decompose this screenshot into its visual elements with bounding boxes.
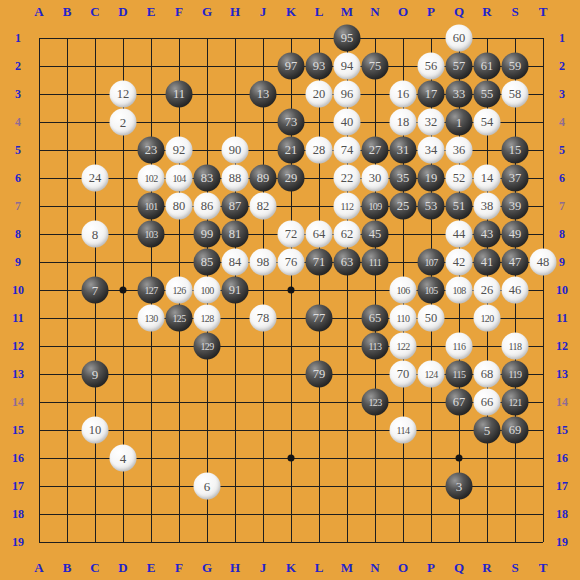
intersection-E16[interactable]: [137, 444, 165, 472]
intersection-E8[interactable]: 103: [137, 220, 165, 248]
stone-K4-move-73[interactable]: 73: [278, 109, 305, 136]
intersection-Q8[interactable]: 44: [445, 220, 473, 248]
stone-M7-move-112[interactable]: 112: [334, 193, 361, 220]
intersection-J7[interactable]: 82: [249, 192, 277, 220]
stone-P7-move-53[interactable]: 53: [418, 193, 445, 220]
stone-K5-move-21[interactable]: 21: [278, 137, 305, 164]
intersection-O12[interactable]: 122: [389, 332, 417, 360]
stone-F10-move-126[interactable]: 126: [166, 277, 193, 304]
intersection-R15[interactable]: 5: [473, 416, 501, 444]
intersection-G4[interactable]: [193, 108, 221, 136]
intersection-N4[interactable]: [361, 108, 389, 136]
intersection-R16[interactable]: [473, 444, 501, 472]
intersection-A1[interactable]: [25, 24, 53, 52]
intersection-D18[interactable]: [109, 500, 137, 528]
stone-S13-move-119[interactable]: 119: [502, 361, 529, 388]
intersection-B2[interactable]: [53, 52, 81, 80]
intersection-B3[interactable]: [53, 80, 81, 108]
stone-Q6-move-52[interactable]: 52: [446, 165, 473, 192]
intersection-A10[interactable]: [25, 276, 53, 304]
stone-S7-move-39[interactable]: 39: [502, 193, 529, 220]
intersection-D7[interactable]: [109, 192, 137, 220]
intersection-L14[interactable]: [305, 388, 333, 416]
stone-S6-move-37[interactable]: 37: [502, 165, 529, 192]
intersection-P18[interactable]: [417, 500, 445, 528]
intersection-P4[interactable]: 32: [417, 108, 445, 136]
intersection-J15[interactable]: [249, 416, 277, 444]
intersection-H5[interactable]: 90: [221, 136, 249, 164]
intersection-G17[interactable]: 6: [193, 472, 221, 500]
intersection-K7[interactable]: [277, 192, 305, 220]
stone-E5-move-23[interactable]: 23: [138, 137, 165, 164]
intersection-F3[interactable]: 11: [165, 80, 193, 108]
intersection-D19[interactable]: [109, 528, 137, 556]
intersection-P17[interactable]: [417, 472, 445, 500]
stone-G10-move-100[interactable]: 100: [194, 277, 221, 304]
intersection-F7[interactable]: 80: [165, 192, 193, 220]
intersection-K15[interactable]: [277, 416, 305, 444]
intersection-J6[interactable]: 89: [249, 164, 277, 192]
intersection-P13[interactable]: 124: [417, 360, 445, 388]
stone-J7-move-82[interactable]: 82: [250, 193, 277, 220]
stone-F3-move-11[interactable]: 11: [166, 81, 193, 108]
intersection-J17[interactable]: [249, 472, 277, 500]
intersection-S10[interactable]: 46: [501, 276, 529, 304]
stone-H8-move-81[interactable]: 81: [222, 221, 249, 248]
intersection-F16[interactable]: [165, 444, 193, 472]
intersection-A18[interactable]: [25, 500, 53, 528]
intersection-H9[interactable]: 84: [221, 248, 249, 276]
intersection-E12[interactable]: [137, 332, 165, 360]
stone-J6-move-89[interactable]: 89: [250, 165, 277, 192]
intersection-L2[interactable]: 93: [305, 52, 333, 80]
intersection-O7[interactable]: 25: [389, 192, 417, 220]
stone-G7-move-86[interactable]: 86: [194, 193, 221, 220]
intersection-E17[interactable]: [137, 472, 165, 500]
intersection-J1[interactable]: [249, 24, 277, 52]
intersection-F2[interactable]: [165, 52, 193, 80]
intersection-Q12[interactable]: 116: [445, 332, 473, 360]
intersection-O9[interactable]: [389, 248, 417, 276]
intersection-C9[interactable]: [81, 248, 109, 276]
stone-P13-move-124[interactable]: 124: [418, 361, 445, 388]
intersection-Q14[interactable]: 67: [445, 388, 473, 416]
stone-Q1-move-60[interactable]: 60: [446, 25, 473, 52]
intersection-G18[interactable]: [193, 500, 221, 528]
intersection-P3[interactable]: 17: [417, 80, 445, 108]
intersection-F5[interactable]: 92: [165, 136, 193, 164]
stone-E7-move-101[interactable]: 101: [138, 193, 165, 220]
intersection-F11[interactable]: 125: [165, 304, 193, 332]
stone-M3-move-96[interactable]: 96: [334, 81, 361, 108]
intersection-A16[interactable]: [25, 444, 53, 472]
intersection-M3[interactable]: 96: [333, 80, 361, 108]
stone-P9-move-107[interactable]: 107: [418, 249, 445, 276]
intersection-E18[interactable]: [137, 500, 165, 528]
intersection-D4[interactable]: 2: [109, 108, 137, 136]
intersection-D17[interactable]: [109, 472, 137, 500]
stone-L11-move-77[interactable]: 77: [306, 305, 333, 332]
stone-F7-move-80[interactable]: 80: [166, 193, 193, 220]
intersection-C18[interactable]: [81, 500, 109, 528]
intersection-S12[interactable]: 118: [501, 332, 529, 360]
intersection-C19[interactable]: [81, 528, 109, 556]
intersection-K2[interactable]: 97: [277, 52, 305, 80]
intersection-S4[interactable]: [501, 108, 529, 136]
stone-S3-move-58[interactable]: 58: [502, 81, 529, 108]
intersection-N6[interactable]: 30: [361, 164, 389, 192]
intersection-J14[interactable]: [249, 388, 277, 416]
intersection-B1[interactable]: [53, 24, 81, 52]
intersection-R7[interactable]: 38: [473, 192, 501, 220]
stone-M8-move-62[interactable]: 62: [334, 221, 361, 248]
intersection-L5[interactable]: 28: [305, 136, 333, 164]
stone-P10-move-105[interactable]: 105: [418, 277, 445, 304]
intersection-N19[interactable]: [361, 528, 389, 556]
stone-N5-move-27[interactable]: 27: [362, 137, 389, 164]
intersection-B11[interactable]: [53, 304, 81, 332]
stone-O13-move-70[interactable]: 70: [390, 361, 417, 388]
stone-F6-move-104[interactable]: 104: [166, 165, 193, 192]
stone-C15-move-10[interactable]: 10: [82, 417, 109, 444]
intersection-N2[interactable]: 75: [361, 52, 389, 80]
intersection-R17[interactable]: [473, 472, 501, 500]
intersection-J13[interactable]: [249, 360, 277, 388]
intersection-J4[interactable]: [249, 108, 277, 136]
stone-O5-move-31[interactable]: 31: [390, 137, 417, 164]
intersection-D16[interactable]: 4: [109, 444, 137, 472]
intersection-O16[interactable]: [389, 444, 417, 472]
intersection-S6[interactable]: 37: [501, 164, 529, 192]
intersection-N5[interactable]: 27: [361, 136, 389, 164]
intersection-A6[interactable]: [25, 164, 53, 192]
intersection-S19[interactable]: [501, 528, 529, 556]
intersection-M14[interactable]: [333, 388, 361, 416]
intersection-L12[interactable]: [305, 332, 333, 360]
intersection-H8[interactable]: 81: [221, 220, 249, 248]
intersection-L7[interactable]: [305, 192, 333, 220]
intersection-R4[interactable]: 54: [473, 108, 501, 136]
intersection-O10[interactable]: 106: [389, 276, 417, 304]
stone-Q13-move-115[interactable]: 115: [446, 361, 473, 388]
intersection-E6[interactable]: 102: [137, 164, 165, 192]
stone-K8-move-72[interactable]: 72: [278, 221, 305, 248]
intersection-B17[interactable]: [53, 472, 81, 500]
intersection-R6[interactable]: 14: [473, 164, 501, 192]
stone-M9-move-63[interactable]: 63: [334, 249, 361, 276]
intersection-A15[interactable]: [25, 416, 53, 444]
intersection-K1[interactable]: [277, 24, 305, 52]
intersection-M13[interactable]: [333, 360, 361, 388]
intersection-M2[interactable]: 94: [333, 52, 361, 80]
intersection-M7[interactable]: 112: [333, 192, 361, 220]
intersection-J16[interactable]: [249, 444, 277, 472]
stone-G9-move-85[interactable]: 85: [194, 249, 221, 276]
stone-J3-move-13[interactable]: 13: [250, 81, 277, 108]
intersection-B10[interactable]: [53, 276, 81, 304]
stone-N2-move-75[interactable]: 75: [362, 53, 389, 80]
intersection-K8[interactable]: 72: [277, 220, 305, 248]
stone-G8-move-99[interactable]: 99: [194, 221, 221, 248]
intersection-F18[interactable]: [165, 500, 193, 528]
intersection-E14[interactable]: [137, 388, 165, 416]
intersection-R3[interactable]: 55: [473, 80, 501, 108]
stone-C6-move-24[interactable]: 24: [82, 165, 109, 192]
intersection-G7[interactable]: 86: [193, 192, 221, 220]
intersection-J8[interactable]: [249, 220, 277, 248]
intersection-G16[interactable]: [193, 444, 221, 472]
intersection-L19[interactable]: [305, 528, 333, 556]
intersection-P6[interactable]: 19: [417, 164, 445, 192]
intersection-R5[interactable]: [473, 136, 501, 164]
intersection-H4[interactable]: [221, 108, 249, 136]
stone-D16-move-4[interactable]: 4: [110, 445, 137, 472]
intersection-M8[interactable]: 62: [333, 220, 361, 248]
intersection-A14[interactable]: [25, 388, 53, 416]
stone-Q14-move-67[interactable]: 67: [446, 389, 473, 416]
intersection-G11[interactable]: 128: [193, 304, 221, 332]
intersection-F4[interactable]: [165, 108, 193, 136]
intersection-H7[interactable]: 87: [221, 192, 249, 220]
stone-L5-move-28[interactable]: 28: [306, 137, 333, 164]
intersection-N17[interactable]: [361, 472, 389, 500]
intersection-G9[interactable]: 85: [193, 248, 221, 276]
stone-N11-move-65[interactable]: 65: [362, 305, 389, 332]
stone-P4-move-32[interactable]: 32: [418, 109, 445, 136]
intersection-O11[interactable]: 110: [389, 304, 417, 332]
intersection-K18[interactable]: [277, 500, 305, 528]
intersection-B15[interactable]: [53, 416, 81, 444]
intersection-Q6[interactable]: 52: [445, 164, 473, 192]
intersection-R13[interactable]: 68: [473, 360, 501, 388]
intersection-K19[interactable]: [277, 528, 305, 556]
intersection-M10[interactable]: [333, 276, 361, 304]
stone-C13-move-9[interactable]: 9: [82, 361, 109, 388]
intersection-H15[interactable]: [221, 416, 249, 444]
intersection-L1[interactable]: [305, 24, 333, 52]
intersection-C2[interactable]: [81, 52, 109, 80]
stone-L2-move-93[interactable]: 93: [306, 53, 333, 80]
intersection-L17[interactable]: [305, 472, 333, 500]
intersection-D12[interactable]: [109, 332, 137, 360]
stone-R6-move-14[interactable]: 14: [474, 165, 501, 192]
intersection-N12[interactable]: 113: [361, 332, 389, 360]
intersection-L6[interactable]: [305, 164, 333, 192]
stone-L8-move-64[interactable]: 64: [306, 221, 333, 248]
intersection-N15[interactable]: [361, 416, 389, 444]
stone-D3-move-12[interactable]: 12: [110, 81, 137, 108]
intersection-M19[interactable]: [333, 528, 361, 556]
intersection-A19[interactable]: [25, 528, 53, 556]
intersection-L11[interactable]: 77: [305, 304, 333, 332]
intersection-F10[interactable]: 126: [165, 276, 193, 304]
intersection-Q10[interactable]: 108: [445, 276, 473, 304]
intersection-C10[interactable]: 7: [81, 276, 109, 304]
stone-O3-move-16[interactable]: 16: [390, 81, 417, 108]
intersection-G5[interactable]: [193, 136, 221, 164]
intersection-G1[interactable]: [193, 24, 221, 52]
intersection-S3[interactable]: 58: [501, 80, 529, 108]
intersection-H11[interactable]: [221, 304, 249, 332]
intersection-K4[interactable]: 73: [277, 108, 305, 136]
stone-Q12-move-116[interactable]: 116: [446, 333, 473, 360]
intersection-O19[interactable]: [389, 528, 417, 556]
stone-M1-move-95[interactable]: 95: [334, 25, 361, 52]
stone-N6-move-30[interactable]: 30: [362, 165, 389, 192]
intersection-R2[interactable]: 61: [473, 52, 501, 80]
intersection-N16[interactable]: [361, 444, 389, 472]
intersection-B7[interactable]: [53, 192, 81, 220]
intersection-S15[interactable]: 69: [501, 416, 529, 444]
intersection-B9[interactable]: [53, 248, 81, 276]
stone-R7-move-38[interactable]: 38: [474, 193, 501, 220]
intersection-H13[interactable]: [221, 360, 249, 388]
intersection-B8[interactable]: [53, 220, 81, 248]
stone-S14-move-121[interactable]: 121: [502, 389, 529, 416]
stone-P6-move-19[interactable]: 19: [418, 165, 445, 192]
intersection-M16[interactable]: [333, 444, 361, 472]
intersection-K5[interactable]: 21: [277, 136, 305, 164]
intersection-H10[interactable]: 91: [221, 276, 249, 304]
stone-O10-move-106[interactable]: 106: [390, 277, 417, 304]
stone-C8-move-8[interactable]: 8: [82, 221, 109, 248]
intersection-Q7[interactable]: 51: [445, 192, 473, 220]
intersection-S16[interactable]: [501, 444, 529, 472]
intersection-N1[interactable]: [361, 24, 389, 52]
intersection-B16[interactable]: [53, 444, 81, 472]
stone-S9-move-47[interactable]: 47: [502, 249, 529, 276]
intersection-O13[interactable]: 70: [389, 360, 417, 388]
intersection-A13[interactable]: [25, 360, 53, 388]
intersection-O4[interactable]: 18: [389, 108, 417, 136]
intersection-K16[interactable]: [277, 444, 305, 472]
intersection-H16[interactable]: [221, 444, 249, 472]
intersection-D10[interactable]: [109, 276, 137, 304]
intersection-R8[interactable]: 43: [473, 220, 501, 248]
intersection-C8[interactable]: 8: [81, 220, 109, 248]
stone-O6-move-35[interactable]: 35: [390, 165, 417, 192]
intersection-E2[interactable]: [137, 52, 165, 80]
intersection-E9[interactable]: [137, 248, 165, 276]
intersection-P7[interactable]: 53: [417, 192, 445, 220]
stone-R2-move-61[interactable]: 61: [474, 53, 501, 80]
intersection-S14[interactable]: 121: [501, 388, 529, 416]
intersection-P2[interactable]: 56: [417, 52, 445, 80]
intersection-S11[interactable]: [501, 304, 529, 332]
intersection-P14[interactable]: [417, 388, 445, 416]
intersection-B12[interactable]: [53, 332, 81, 360]
stone-N8-move-45[interactable]: 45: [362, 221, 389, 248]
intersection-S9[interactable]: 47: [501, 248, 529, 276]
intersection-E11[interactable]: 130: [137, 304, 165, 332]
intersection-M18[interactable]: [333, 500, 361, 528]
stone-H10-move-91[interactable]: 91: [222, 277, 249, 304]
intersection-C13[interactable]: 9: [81, 360, 109, 388]
intersection-J10[interactable]: [249, 276, 277, 304]
intersection-R9[interactable]: 41: [473, 248, 501, 276]
intersection-P12[interactable]: [417, 332, 445, 360]
intersection-K14[interactable]: [277, 388, 305, 416]
intersection-J19[interactable]: [249, 528, 277, 556]
stone-R4-move-54[interactable]: 54: [474, 109, 501, 136]
intersection-G2[interactable]: [193, 52, 221, 80]
intersection-R11[interactable]: 120: [473, 304, 501, 332]
intersection-L8[interactable]: 64: [305, 220, 333, 248]
stone-T9-move-48[interactable]: 48: [530, 249, 557, 276]
intersection-C11[interactable]: [81, 304, 109, 332]
intersection-K11[interactable]: [277, 304, 305, 332]
stone-P2-move-56[interactable]: 56: [418, 53, 445, 80]
intersection-L16[interactable]: [305, 444, 333, 472]
stone-S8-move-49[interactable]: 49: [502, 221, 529, 248]
intersection-P5[interactable]: 34: [417, 136, 445, 164]
intersection-D3[interactable]: 12: [109, 80, 137, 108]
intersection-Q15[interactable]: [445, 416, 473, 444]
intersection-G8[interactable]: 99: [193, 220, 221, 248]
intersection-S8[interactable]: 49: [501, 220, 529, 248]
stone-S10-move-46[interactable]: 46: [502, 277, 529, 304]
intersection-G12[interactable]: 129: [193, 332, 221, 360]
intersection-H14[interactable]: [221, 388, 249, 416]
intersection-O14[interactable]: [389, 388, 417, 416]
stone-G11-move-128[interactable]: 128: [194, 305, 221, 332]
intersection-G3[interactable]: [193, 80, 221, 108]
intersection-L10[interactable]: [305, 276, 333, 304]
intersection-L13[interactable]: 79: [305, 360, 333, 388]
intersection-Q16[interactable]: [445, 444, 473, 472]
intersection-B13[interactable]: [53, 360, 81, 388]
stone-S2-move-59[interactable]: 59: [502, 53, 529, 80]
stone-Q2-move-57[interactable]: 57: [446, 53, 473, 80]
intersection-E4[interactable]: [137, 108, 165, 136]
intersection-M11[interactable]: [333, 304, 361, 332]
intersection-C17[interactable]: [81, 472, 109, 500]
intersection-R1[interactable]: [473, 24, 501, 52]
stone-P5-move-34[interactable]: 34: [418, 137, 445, 164]
intersection-R19[interactable]: [473, 528, 501, 556]
stone-O4-move-18[interactable]: 18: [390, 109, 417, 136]
intersection-Q4[interactable]: 1: [445, 108, 473, 136]
intersection-M9[interactable]: 63: [333, 248, 361, 276]
stone-E11-move-130[interactable]: 130: [138, 305, 165, 332]
stone-P11-move-50[interactable]: 50: [418, 305, 445, 332]
intersection-Q11[interactable]: [445, 304, 473, 332]
intersection-O2[interactable]: [389, 52, 417, 80]
intersection-F17[interactable]: [165, 472, 193, 500]
stone-Q8-move-44[interactable]: 44: [446, 221, 473, 248]
intersection-K12[interactable]: [277, 332, 305, 360]
stone-G6-move-83[interactable]: 83: [194, 165, 221, 192]
stone-E6-move-102[interactable]: 102: [138, 165, 165, 192]
intersection-O3[interactable]: 16: [389, 80, 417, 108]
intersection-N9[interactable]: 111: [361, 248, 389, 276]
intersection-K10[interactable]: [277, 276, 305, 304]
intersection-H12[interactable]: [221, 332, 249, 360]
intersection-O18[interactable]: [389, 500, 417, 528]
stone-R14-move-66[interactable]: 66: [474, 389, 501, 416]
stone-R10-move-26[interactable]: 26: [474, 277, 501, 304]
intersection-G19[interactable]: [193, 528, 221, 556]
intersection-Q1[interactable]: 60: [445, 24, 473, 52]
intersection-J5[interactable]: [249, 136, 277, 164]
stone-L3-move-20[interactable]: 20: [306, 81, 333, 108]
intersection-J18[interactable]: [249, 500, 277, 528]
stone-O11-move-110[interactable]: 110: [390, 305, 417, 332]
stone-R3-move-55[interactable]: 55: [474, 81, 501, 108]
intersection-E19[interactable]: [137, 528, 165, 556]
stone-R9-move-41[interactable]: 41: [474, 249, 501, 276]
intersection-D13[interactable]: [109, 360, 137, 388]
